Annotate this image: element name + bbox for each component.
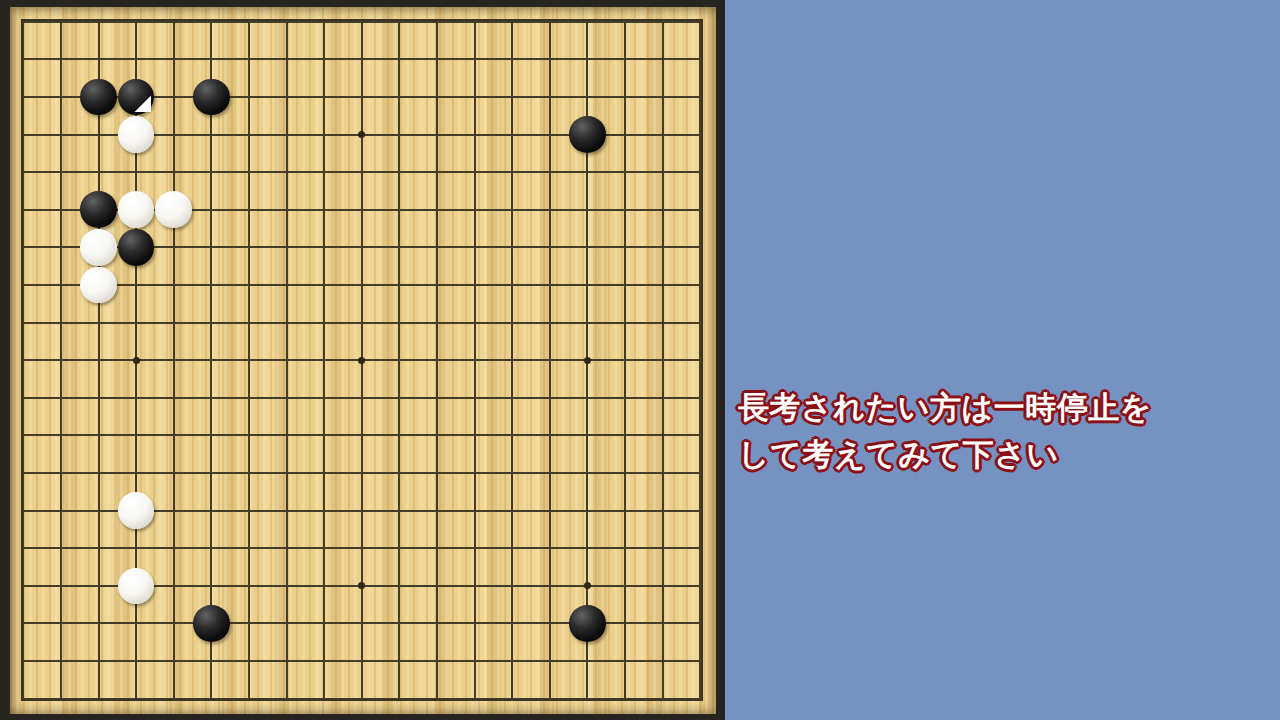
video-frame: 長考されたい方は一時停止を して考えてみて下さい bbox=[0, 0, 1280, 720]
caption-line-2: して考えてみて下さい bbox=[738, 431, 1152, 478]
stone-black bbox=[118, 229, 155, 266]
stone-black bbox=[193, 605, 230, 642]
stone-white bbox=[80, 229, 117, 266]
caption-line-1: 長考されたい方は一時停止を bbox=[738, 384, 1152, 431]
stone-white bbox=[155, 191, 192, 228]
stone-black bbox=[193, 79, 230, 116]
caption-text: 長考されたい方は一時停止を して考えてみて下さい bbox=[738, 384, 1152, 478]
go-board bbox=[0, 0, 725, 720]
stone-layer bbox=[5, 3, 720, 718]
stone-white bbox=[118, 116, 155, 153]
side-panel: 長考されたい方は一時停止を して考えてみて下さい bbox=[725, 0, 1280, 720]
stone-white bbox=[118, 191, 155, 228]
stone-black bbox=[80, 191, 117, 228]
last-move-triangle-marker bbox=[134, 95, 151, 112]
stone-black bbox=[80, 79, 117, 116]
stone-white bbox=[118, 568, 155, 605]
stone-black bbox=[569, 116, 606, 153]
stone-white bbox=[118, 492, 155, 529]
stone-white bbox=[80, 267, 117, 304]
stone-black bbox=[569, 605, 606, 642]
stone-black bbox=[118, 79, 155, 116]
